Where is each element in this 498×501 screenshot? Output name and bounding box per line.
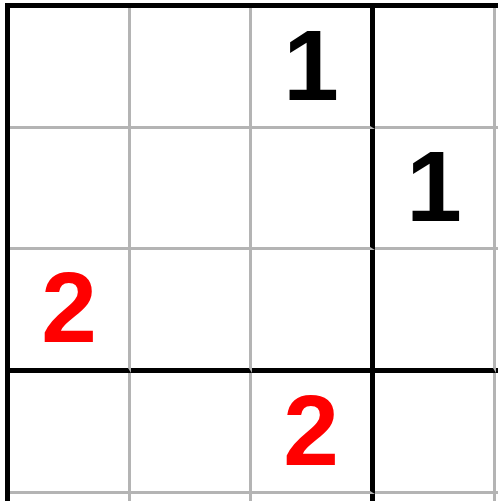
board-row-5 <box>10 494 498 501</box>
cell-r5c2[interactable] <box>131 494 252 501</box>
sudoku-board: 1 1 2 2 <box>5 3 498 501</box>
cell-r5c4[interactable] <box>375 494 496 501</box>
cell-r3c4[interactable] <box>375 250 496 373</box>
cell-r5c3[interactable] <box>252 494 375 501</box>
cell-r4c1[interactable] <box>10 373 131 494</box>
board-row-4: 2 <box>10 373 498 494</box>
cell-r1c4[interactable] <box>375 8 496 129</box>
cell-r2c2[interactable] <box>131 129 252 250</box>
digit-r2c4: 1 <box>406 136 462 236</box>
cell-r1c1[interactable] <box>10 8 131 129</box>
board-row-3: 2 <box>10 250 498 373</box>
cell-r4c4[interactable] <box>375 373 496 494</box>
cell-r3c3[interactable] <box>252 250 375 373</box>
sudoku-viewport: 1 1 2 2 <box>0 0 498 501</box>
cell-r1c3[interactable]: 1 <box>252 8 375 129</box>
cell-r3c1[interactable]: 2 <box>10 250 131 373</box>
cell-r2c1[interactable] <box>10 129 131 250</box>
cell-r2c3[interactable] <box>252 129 375 250</box>
cell-r5c1[interactable] <box>10 494 131 501</box>
cell-r3c2[interactable] <box>131 250 252 373</box>
digit-r1c3: 1 <box>283 15 339 115</box>
cell-r1c2[interactable] <box>131 8 252 129</box>
digit-r3c1: 2 <box>41 257 97 357</box>
board-row-1: 1 <box>10 8 498 129</box>
cell-r2c4[interactable]: 1 <box>375 129 496 250</box>
cell-r4c2[interactable] <box>131 373 252 494</box>
cell-r4c3[interactable]: 2 <box>252 373 375 494</box>
digit-r4c3: 2 <box>283 380 339 480</box>
board-row-2: 1 <box>10 129 498 250</box>
